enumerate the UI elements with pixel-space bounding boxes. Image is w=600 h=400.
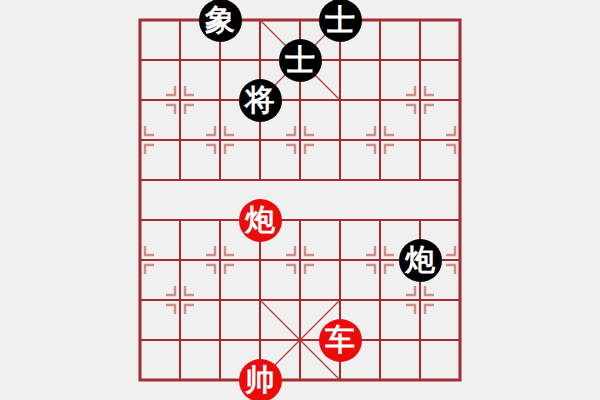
piece-black-cannon[interactable]: 炮 xyxy=(399,239,442,282)
piece-red-cannon[interactable]: 炮 xyxy=(239,199,282,242)
piece-black-elephant[interactable]: 象 xyxy=(199,0,242,42)
piece-red-chariot[interactable]: 车 xyxy=(319,319,362,362)
piece-red-general[interactable]: 帅 xyxy=(239,359,282,400)
piece-black-advisor-2[interactable]: 士 xyxy=(279,39,322,82)
piece-black-general[interactable]: 将 xyxy=(239,79,282,122)
xiangqi-diagram: 象士士将炮炮车帅 xyxy=(0,0,600,400)
piece-grid: 象士士将炮炮车帅 xyxy=(120,0,480,400)
piece-black-advisor-1[interactable]: 士 xyxy=(319,0,362,42)
